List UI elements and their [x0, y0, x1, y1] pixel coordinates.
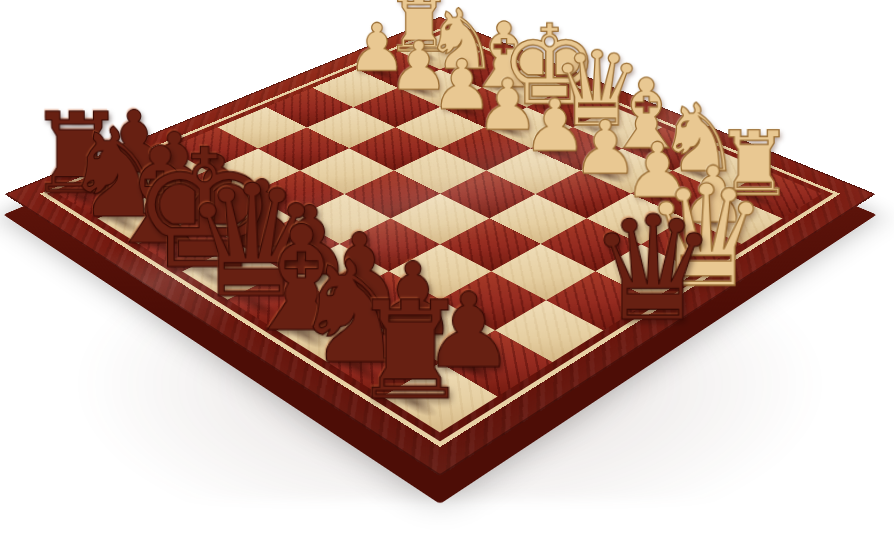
spare-black-queen-icon: ♛: [588, 203, 718, 336]
product-photo-scene: ♜♞♝♚♛♝♞♜♟♟♟♟♟♟♟♟♟♟♟♟♟♟♟♟♜♞♝♚♛♝♞♜ ♛♛: [0, 0, 894, 535]
black-rook-icon: ♜: [350, 289, 471, 414]
